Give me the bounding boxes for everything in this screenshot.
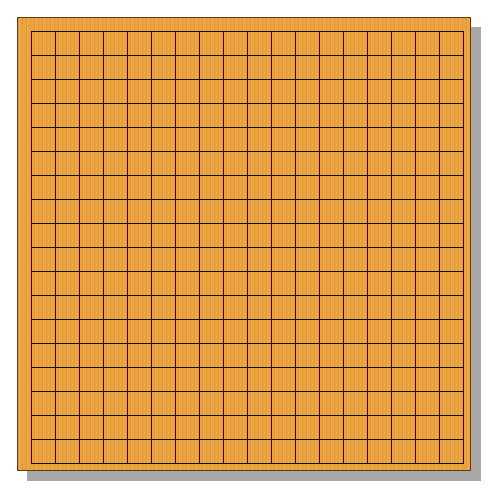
go-move-diagram — [0, 0, 500, 500]
go-board[interactable] — [17, 17, 471, 471]
board-grid-lines — [31, 31, 464, 464]
